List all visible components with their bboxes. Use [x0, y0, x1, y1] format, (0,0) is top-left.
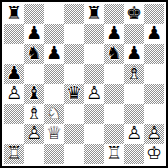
square-d1[interactable]: [64, 144, 84, 164]
pawn-icon: ♙: [124, 123, 144, 143]
square-c3[interactable]: ♞♘: [44, 104, 64, 124]
bishop-icon: ♝: [24, 83, 44, 103]
square-d6[interactable]: [64, 44, 84, 64]
pawn-icon: ♙: [4, 83, 24, 103]
queen-icon: ♛: [64, 83, 84, 103]
square-f2[interactable]: [104, 124, 124, 144]
piece-black-rook[interactable]: ♜: [4, 4, 24, 24]
piece-black-pawn[interactable]: ♟: [24, 24, 44, 44]
rook-icon: ♖: [104, 143, 124, 163]
square-h5[interactable]: [144, 64, 164, 84]
square-f1[interactable]: ♜♖: [104, 144, 124, 164]
piece-white-rook[interactable]: ♜♖: [104, 144, 124, 164]
square-f4[interactable]: [104, 84, 124, 104]
piece-white-bishop[interactable]: ♝♗: [124, 64, 144, 84]
square-c2[interactable]: ♛♕: [44, 124, 64, 144]
square-g4[interactable]: [124, 84, 144, 104]
square-b5[interactable]: [24, 64, 44, 84]
square-f7[interactable]: ♟: [104, 24, 124, 44]
square-g8[interactable]: ♚: [124, 4, 144, 24]
square-b2[interactable]: ♟♙: [24, 124, 44, 144]
square-c8[interactable]: [44, 4, 64, 24]
square-c1[interactable]: [44, 144, 64, 164]
square-d8[interactable]: [64, 4, 84, 24]
square-d3[interactable]: [64, 104, 84, 124]
square-g2[interactable]: ♟♙: [124, 124, 144, 144]
square-e2[interactable]: [84, 124, 104, 144]
piece-white-rook[interactable]: ♜♖: [4, 144, 24, 164]
square-h4[interactable]: [144, 84, 164, 104]
piece-black-queen[interactable]: ♛: [64, 84, 84, 104]
square-b8[interactable]: [24, 4, 44, 24]
square-b3[interactable]: ♝♗: [24, 104, 44, 124]
square-f3[interactable]: [104, 104, 124, 124]
square-e7[interactable]: [84, 24, 104, 44]
piece-white-king[interactable]: ♚♔: [144, 144, 164, 164]
pawn-icon: ♟: [44, 43, 64, 63]
square-g6[interactable]: ♟: [124, 44, 144, 64]
square-e3[interactable]: [84, 104, 104, 124]
piece-black-pawn[interactable]: ♟: [104, 24, 124, 44]
piece-white-bishop[interactable]: ♝♗: [24, 104, 44, 124]
square-d4[interactable]: ♛: [64, 84, 84, 104]
piece-black-pawn[interactable]: ♟: [4, 64, 24, 84]
square-d5[interactable]: [64, 64, 84, 84]
square-a3[interactable]: [4, 104, 24, 124]
piece-black-rook[interactable]: ♜: [84, 4, 104, 24]
square-b4[interactable]: ♝: [24, 84, 44, 104]
piece-white-pawn[interactable]: ♟♙: [124, 124, 144, 144]
rook-icon: ♖: [4, 143, 24, 163]
square-e4[interactable]: ♟♙: [84, 84, 104, 104]
pawn-icon: ♟: [24, 23, 44, 43]
square-h6[interactable]: [144, 44, 164, 64]
square-c4[interactable]: [44, 84, 64, 104]
pawn-icon: ♟: [4, 63, 24, 83]
piece-black-knight[interactable]: ♞: [104, 44, 124, 64]
square-a6[interactable]: [4, 44, 24, 64]
square-e5[interactable]: [84, 64, 104, 84]
piece-black-knight[interactable]: ♞: [24, 44, 44, 64]
square-h7[interactable]: ♟: [144, 24, 164, 44]
bishop-icon: ♗: [24, 103, 44, 123]
piece-black-pawn[interactable]: ♟: [44, 44, 64, 64]
pawn-icon: ♙: [24, 123, 44, 143]
piece-white-pawn[interactable]: ♟♙: [4, 84, 24, 104]
square-e6[interactable]: [84, 44, 104, 64]
square-h3[interactable]: [144, 104, 164, 124]
pawn-icon: ♙: [84, 83, 104, 103]
square-a4[interactable]: ♟♙: [4, 84, 24, 104]
queen-icon: ♕: [44, 123, 64, 143]
piece-white-pawn[interactable]: ♟♙: [24, 124, 44, 144]
chessboard-frame: ♜♜♚♟♟♟♞♟♞♟♟♝♗♟♙♝♛♟♙♝♗♞♘♟♙♛♕♟♙♟♙♜♖♜♖♚♔: [0, 0, 168, 168]
square-a8[interactable]: ♜: [4, 4, 24, 24]
rook-icon: ♜: [84, 3, 104, 23]
square-f6[interactable]: ♞: [104, 44, 124, 64]
piece-white-knight[interactable]: ♞♘: [44, 104, 64, 124]
chessboard: ♜♜♚♟♟♟♞♟♞♟♟♝♗♟♙♝♛♟♙♝♗♞♘♟♙♛♕♟♙♟♙♜♖♜♖♚♔: [4, 4, 164, 164]
square-a7[interactable]: [4, 24, 24, 44]
square-g3[interactable]: [124, 104, 144, 124]
piece-black-king[interactable]: ♚: [124, 4, 144, 24]
king-icon: ♔: [144, 143, 164, 163]
pawn-icon: ♙: [144, 123, 164, 143]
square-b7[interactable]: ♟: [24, 24, 44, 44]
piece-white-queen[interactable]: ♛♕: [44, 124, 64, 144]
square-c6[interactable]: ♟: [44, 44, 64, 64]
piece-black-pawn[interactable]: ♟: [124, 44, 144, 64]
square-d2[interactable]: [64, 124, 84, 144]
square-f5[interactable]: [104, 64, 124, 84]
square-g7[interactable]: [124, 24, 144, 44]
square-b6[interactable]: ♞: [24, 44, 44, 64]
knight-icon: ♞: [104, 43, 124, 63]
pawn-icon: ♟: [124, 43, 144, 63]
square-c5[interactable]: [44, 64, 64, 84]
square-b1[interactable]: [24, 144, 44, 164]
pawn-icon: ♟: [104, 23, 124, 43]
piece-black-bishop[interactable]: ♝: [24, 84, 44, 104]
king-icon: ♚: [124, 3, 144, 23]
square-e8[interactable]: ♜: [84, 4, 104, 24]
square-g5[interactable]: ♝♗: [124, 64, 144, 84]
square-a5[interactable]: ♟: [4, 64, 24, 84]
piece-white-pawn[interactable]: ♟♙: [144, 124, 164, 144]
rook-icon: ♜: [4, 3, 24, 23]
knight-icon: ♞: [24, 43, 44, 63]
square-h2[interactable]: ♟♙: [144, 124, 164, 144]
square-h8[interactable]: [144, 4, 164, 24]
square-h1[interactable]: ♚♔: [144, 144, 164, 164]
piece-black-pawn[interactable]: ♟: [144, 24, 164, 44]
pawn-icon: ♟: [144, 23, 164, 43]
knight-icon: ♘: [44, 103, 64, 123]
square-d7[interactable]: [64, 24, 84, 44]
square-e1[interactable]: [84, 144, 104, 164]
bishop-icon: ♗: [124, 63, 144, 83]
square-f8[interactable]: [104, 4, 124, 24]
square-a2[interactable]: [4, 124, 24, 144]
square-a1[interactable]: ♜♖: [4, 144, 24, 164]
square-g1[interactable]: [124, 144, 144, 164]
piece-white-pawn[interactable]: ♟♙: [84, 84, 104, 104]
square-c7[interactable]: [44, 24, 64, 44]
